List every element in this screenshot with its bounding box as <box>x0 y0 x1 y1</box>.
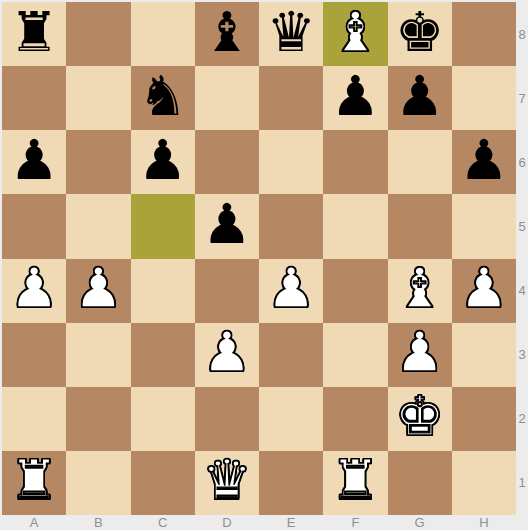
piece-black-rook-a8[interactable]: ♜ <box>9 5 58 60</box>
rank-label-5: 5 <box>516 194 528 258</box>
square-f2[interactable] <box>323 387 387 451</box>
square-a1[interactable]: ♜ <box>2 451 66 515</box>
square-c1[interactable] <box>131 451 195 515</box>
square-g7[interactable]: ♟ <box>388 66 452 130</box>
square-e4[interactable]: ♟ <box>259 259 323 323</box>
square-a6[interactable]: ♟ <box>2 130 66 194</box>
square-f5[interactable] <box>323 194 387 258</box>
square-c8[interactable] <box>131 2 195 66</box>
piece-black-king-g8[interactable]: ♚ <box>395 5 444 60</box>
chess-board: ♜♝♛♝♚♞♟♟♟♟♟♟♟♟♟♝♟♟♟♚♜♛♜ <box>2 2 516 515</box>
file-label-a: A <box>2 515 66 530</box>
square-b6[interactable] <box>66 130 130 194</box>
piece-white-pawn-g3[interactable]: ♟ <box>395 325 444 380</box>
square-d6[interactable] <box>195 130 259 194</box>
rank-label-1: 1 <box>516 451 528 515</box>
square-a8[interactable]: ♜ <box>2 2 66 66</box>
square-d4[interactable] <box>195 259 259 323</box>
piece-white-pawn-e4[interactable]: ♟ <box>266 261 315 316</box>
rank-label-4: 4 <box>516 259 528 323</box>
square-b5[interactable] <box>66 194 130 258</box>
square-h1[interactable] <box>452 451 516 515</box>
piece-black-pawn-h6[interactable]: ♟ <box>459 133 508 188</box>
square-b1[interactable] <box>66 451 130 515</box>
piece-black-pawn-g7[interactable]: ♟ <box>395 69 444 124</box>
square-d3[interactable]: ♟ <box>195 323 259 387</box>
square-a7[interactable] <box>2 66 66 130</box>
square-b8[interactable] <box>66 2 130 66</box>
square-g2[interactable]: ♚ <box>388 387 452 451</box>
square-h7[interactable] <box>452 66 516 130</box>
rank-label-2: 2 <box>516 387 528 451</box>
file-label-b: B <box>66 515 130 530</box>
piece-white-queen-d1[interactable]: ♛ <box>202 453 251 508</box>
square-c6[interactable]: ♟ <box>131 130 195 194</box>
square-h4[interactable]: ♟ <box>452 259 516 323</box>
piece-white-pawn-b4[interactable]: ♟ <box>74 261 123 316</box>
file-label-h: H <box>452 515 516 530</box>
square-f4[interactable] <box>323 259 387 323</box>
square-c4[interactable] <box>131 259 195 323</box>
square-a3[interactable] <box>2 323 66 387</box>
piece-black-pawn-c6[interactable]: ♟ <box>138 133 187 188</box>
file-label-c: C <box>131 515 195 530</box>
square-e6[interactable] <box>259 130 323 194</box>
piece-white-rook-f1[interactable]: ♜ <box>331 453 380 508</box>
piece-white-pawn-h4[interactable]: ♟ <box>459 261 508 316</box>
piece-white-pawn-a4[interactable]: ♟ <box>9 261 58 316</box>
piece-white-bishop-g4[interactable]: ♝ <box>395 261 444 316</box>
square-g3[interactable]: ♟ <box>388 323 452 387</box>
square-b4[interactable]: ♟ <box>66 259 130 323</box>
piece-white-king-g2[interactable]: ♚ <box>395 389 444 444</box>
rank-label-8: 8 <box>516 2 528 66</box>
square-c7[interactable]: ♞ <box>131 66 195 130</box>
square-b3[interactable] <box>66 323 130 387</box>
piece-black-pawn-f7[interactable]: ♟ <box>331 69 380 124</box>
square-e8[interactable]: ♛ <box>259 2 323 66</box>
file-labels: ABCDEFGH <box>2 515 516 530</box>
file-label-f: F <box>323 515 387 530</box>
square-e2[interactable] <box>259 387 323 451</box>
piece-black-pawn-d5[interactable]: ♟ <box>202 197 251 252</box>
square-f1[interactable]: ♜ <box>323 451 387 515</box>
square-c5[interactable] <box>131 194 195 258</box>
square-h2[interactable] <box>452 387 516 451</box>
chess-app: ♜♝♛♝♚♞♟♟♟♟♟♟♟♟♟♝♟♟♟♚♜♛♜ ABCDEFGH 8765432… <box>0 0 528 530</box>
square-b2[interactable] <box>66 387 130 451</box>
square-h3[interactable] <box>452 323 516 387</box>
rank-label-6: 6 <box>516 130 528 194</box>
square-h8[interactable] <box>452 2 516 66</box>
square-f3[interactable] <box>323 323 387 387</box>
square-a5[interactable] <box>2 194 66 258</box>
file-label-e: E <box>259 515 323 530</box>
square-g4[interactable]: ♝ <box>388 259 452 323</box>
piece-black-bishop-d8[interactable]: ♝ <box>202 5 251 60</box>
square-e3[interactable] <box>259 323 323 387</box>
square-g8[interactable]: ♚ <box>388 2 452 66</box>
square-c3[interactable] <box>131 323 195 387</box>
square-a4[interactable]: ♟ <box>2 259 66 323</box>
rank-labels: 87654321 <box>516 2 528 515</box>
square-h6[interactable]: ♟ <box>452 130 516 194</box>
square-d1[interactable]: ♛ <box>195 451 259 515</box>
square-f6[interactable] <box>323 130 387 194</box>
square-g5[interactable] <box>388 194 452 258</box>
square-c2[interactable] <box>131 387 195 451</box>
square-d8[interactable]: ♝ <box>195 2 259 66</box>
rank-label-7: 7 <box>516 66 528 130</box>
square-e1[interactable] <box>259 451 323 515</box>
piece-white-bishop-f8[interactable]: ♝ <box>331 5 380 60</box>
square-g6[interactable] <box>388 130 452 194</box>
square-b7[interactable] <box>66 66 130 130</box>
file-label-g: G <box>388 515 452 530</box>
square-f8[interactable]: ♝ <box>323 2 387 66</box>
piece-black-queen-e8[interactable]: ♛ <box>266 5 315 60</box>
piece-white-pawn-d3[interactable]: ♟ <box>202 325 251 380</box>
square-d7[interactable] <box>195 66 259 130</box>
piece-white-rook-a1[interactable]: ♜ <box>9 453 58 508</box>
rank-label-3: 3 <box>516 323 528 387</box>
square-d5[interactable]: ♟ <box>195 194 259 258</box>
file-label-d: D <box>195 515 259 530</box>
square-e5[interactable] <box>259 194 323 258</box>
piece-black-knight-c7[interactable]: ♞ <box>138 69 187 124</box>
square-d2[interactable] <box>195 387 259 451</box>
square-f7[interactable]: ♟ <box>323 66 387 130</box>
piece-black-pawn-a6[interactable]: ♟ <box>9 133 58 188</box>
square-a2[interactable] <box>2 387 66 451</box>
square-g1[interactable] <box>388 451 452 515</box>
square-h5[interactable] <box>452 194 516 258</box>
square-e7[interactable] <box>259 66 323 130</box>
